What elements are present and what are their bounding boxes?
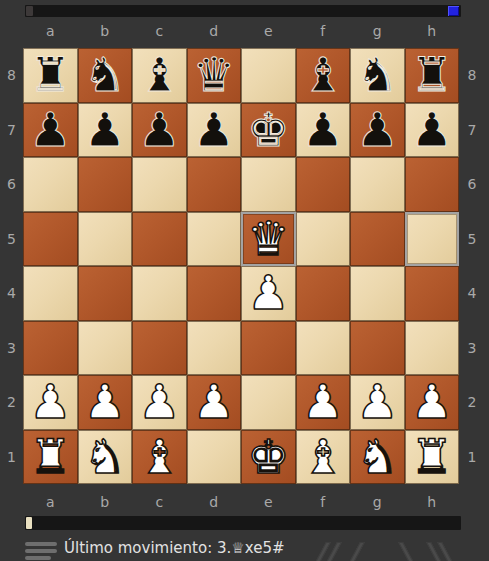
black-king[interactable]: ♚ xyxy=(247,103,289,157)
file-label-a: a xyxy=(23,22,78,40)
square-e1[interactable]: ♚ xyxy=(241,430,296,485)
blue-indicator[interactable] xyxy=(448,6,459,16)
square-a8[interactable]: ♜ xyxy=(23,48,78,103)
file-label-c: c xyxy=(132,22,187,40)
square-f6[interactable] xyxy=(296,157,351,212)
square-c6[interactable] xyxy=(132,157,187,212)
bottom-scrollbar-thumb[interactable] xyxy=(26,517,32,529)
white-knight[interactable]: ♞ xyxy=(356,430,398,484)
rank-label-2: 2 xyxy=(459,375,485,430)
square-f2[interactable]: ♟ xyxy=(296,375,351,430)
square-a6[interactable] xyxy=(23,157,78,212)
square-e8[interactable] xyxy=(241,48,296,103)
black-bishop[interactable]: ♝ xyxy=(302,48,344,102)
rank-labels-right: 87654321 xyxy=(459,48,485,484)
rank-label-6: 6 xyxy=(459,157,485,212)
square-h4[interactable] xyxy=(405,266,460,321)
back-icon[interactable] xyxy=(352,542,357,561)
black-queen[interactable]: ♛ xyxy=(193,48,235,102)
black-pawn[interactable]: ♟ xyxy=(193,103,235,157)
file-label-c: c xyxy=(132,493,187,511)
rank-label-5: 5 xyxy=(459,212,485,267)
white-rook[interactable]: ♜ xyxy=(29,430,71,484)
square-d6[interactable] xyxy=(187,157,242,212)
rank-label-3: 3 xyxy=(0,321,23,376)
square-h7[interactable]: ♟ xyxy=(405,103,460,158)
square-g4[interactable] xyxy=(350,266,405,321)
square-e5[interactable]: ♛ xyxy=(241,212,296,267)
black-knight[interactable]: ♞ xyxy=(356,48,398,102)
square-h8[interactable]: ♜ xyxy=(405,48,460,103)
black-knight[interactable]: ♞ xyxy=(84,48,126,102)
square-c2[interactable]: ♟ xyxy=(132,375,187,430)
white-rook[interactable]: ♜ xyxy=(411,430,453,484)
rank-label-8: 8 xyxy=(459,48,485,103)
black-pawn[interactable]: ♟ xyxy=(138,103,180,157)
rank-label-8: 8 xyxy=(0,48,23,103)
file-label-b: b xyxy=(78,493,133,511)
square-f5[interactable] xyxy=(296,212,351,267)
rank-label-3: 3 xyxy=(459,321,485,376)
white-bishop[interactable]: ♝ xyxy=(138,430,180,484)
square-c3[interactable] xyxy=(132,321,187,376)
black-pawn[interactable]: ♟ xyxy=(302,103,344,157)
square-a7[interactable]: ♟ xyxy=(23,103,78,158)
square-h3[interactable] xyxy=(405,321,460,376)
white-knight[interactable]: ♞ xyxy=(84,430,126,484)
square-a3[interactable] xyxy=(23,321,78,376)
square-g6[interactable] xyxy=(350,157,405,212)
black-pawn[interactable]: ♟ xyxy=(29,103,71,157)
white-pawn[interactable]: ♟ xyxy=(193,375,235,429)
file-label-f: f xyxy=(296,493,351,511)
square-b1[interactable]: ♞ xyxy=(78,430,133,485)
black-bishop[interactable]: ♝ xyxy=(138,48,180,102)
white-pawn[interactable]: ♟ xyxy=(84,375,126,429)
white-pawn[interactable]: ♟ xyxy=(356,375,398,429)
white-bishop[interactable]: ♝ xyxy=(302,430,344,484)
square-d4[interactable] xyxy=(187,266,242,321)
black-pawn[interactable]: ♟ xyxy=(356,103,398,157)
file-label-g: g xyxy=(350,22,405,40)
square-a1[interactable]: ♜ xyxy=(23,430,78,485)
square-c1[interactable]: ♝ xyxy=(132,430,187,485)
rank-label-5: 5 xyxy=(0,212,23,267)
black-rook[interactable]: ♜ xyxy=(29,48,71,102)
square-g1[interactable]: ♞ xyxy=(350,430,405,485)
bottom-scrollbar[interactable] xyxy=(25,516,461,530)
file-label-d: d xyxy=(187,22,242,40)
square-e6[interactable] xyxy=(241,157,296,212)
square-b2[interactable]: ♟ xyxy=(78,375,133,430)
square-b3[interactable] xyxy=(78,321,133,376)
rank-label-4: 4 xyxy=(0,266,23,321)
square-d5[interactable] xyxy=(187,212,242,267)
black-pawn[interactable]: ♟ xyxy=(84,103,126,157)
forward-icon[interactable] xyxy=(406,542,411,561)
last-move-text: Último movimiento: 3.♕xe5# xyxy=(64,539,285,557)
square-f8[interactable]: ♝ xyxy=(296,48,351,103)
square-h1[interactable]: ♜ xyxy=(405,430,460,485)
rank-label-2: 2 xyxy=(0,375,23,430)
fast-forward-icon[interactable] xyxy=(434,542,450,561)
file-label-h: h xyxy=(405,493,460,511)
rank-label-7: 7 xyxy=(459,103,485,158)
black-rook[interactable]: ♜ xyxy=(411,48,453,102)
square-b6[interactable] xyxy=(78,157,133,212)
square-b7[interactable]: ♟ xyxy=(78,103,133,158)
rank-label-4: 4 xyxy=(459,266,485,321)
square-g7[interactable]: ♟ xyxy=(350,103,405,158)
square-c8[interactable]: ♝ xyxy=(132,48,187,103)
square-a2[interactable]: ♟ xyxy=(23,375,78,430)
square-b5[interactable] xyxy=(78,212,133,267)
square-e2[interactable] xyxy=(241,375,296,430)
square-d7[interactable]: ♟ xyxy=(187,103,242,158)
rank-label-6: 6 xyxy=(0,157,23,212)
square-f3[interactable] xyxy=(296,321,351,376)
white-king[interactable]: ♚ xyxy=(247,430,289,484)
square-e4[interactable]: ♟ xyxy=(241,266,296,321)
square-e7[interactable]: ♚ xyxy=(241,103,296,158)
square-f4[interactable] xyxy=(296,266,351,321)
square-a4[interactable] xyxy=(23,266,78,321)
file-labels-top: abcdefgh xyxy=(23,22,459,40)
file-label-h: h xyxy=(405,22,460,40)
square-g2[interactable]: ♟ xyxy=(350,375,405,430)
square-b4[interactable] xyxy=(78,266,133,321)
chess-app-window: abcdefgh 87654321 ♜♞♝♛♝♞♜♟♟♟♟♚♟♟♟♛♟♟♟♟♟♟… xyxy=(0,0,489,561)
rank-label-1: 1 xyxy=(459,430,485,485)
square-c7[interactable]: ♟ xyxy=(132,103,187,158)
top-scrollbar-thumb[interactable] xyxy=(26,6,33,16)
white-pawn[interactable]: ♟ xyxy=(302,375,344,429)
file-labels-bottom: abcdefgh xyxy=(23,493,459,511)
square-a5[interactable] xyxy=(23,212,78,267)
square-h5[interactable] xyxy=(405,212,460,267)
square-g3[interactable] xyxy=(350,321,405,376)
white-pawn[interactable]: ♟ xyxy=(138,375,180,429)
rank-labels-left: 87654321 xyxy=(0,48,23,484)
square-d2[interactable]: ♟ xyxy=(187,375,242,430)
white-queen[interactable]: ♛ xyxy=(247,212,289,266)
top-scrollbar[interactable] xyxy=(25,5,461,17)
square-h6[interactable] xyxy=(405,157,460,212)
square-d1[interactable] xyxy=(187,430,242,485)
file-label-d: d xyxy=(187,493,242,511)
square-b8[interactable]: ♞ xyxy=(78,48,133,103)
menu-icon[interactable] xyxy=(25,542,57,561)
square-d3[interactable] xyxy=(187,321,242,376)
file-label-e: e xyxy=(241,22,296,40)
status-bar: Último movimiento: 3.♕xe5# xyxy=(0,536,489,561)
file-label-a: a xyxy=(23,493,78,511)
board: ♜♞♝♛♝♞♜♟♟♟♟♚♟♟♟♛♟♟♟♟♟♟♟♟♜♞♝♚♝♞♜ xyxy=(23,48,459,484)
file-label-f: f xyxy=(296,22,351,40)
white-pawn[interactable]: ♟ xyxy=(247,266,289,320)
file-label-e: e xyxy=(241,493,296,511)
black-pawn[interactable]: ♟ xyxy=(411,103,453,157)
square-c4[interactable] xyxy=(132,266,187,321)
rank-label-1: 1 xyxy=(0,430,23,485)
square-e3[interactable] xyxy=(241,321,296,376)
file-label-g: g xyxy=(350,493,405,511)
square-g5[interactable] xyxy=(350,212,405,267)
rank-label-7: 7 xyxy=(0,103,23,158)
square-d8[interactable]: ♛ xyxy=(187,48,242,103)
square-h2[interactable]: ♟ xyxy=(405,375,460,430)
file-label-b: b xyxy=(78,22,133,40)
white-pawn[interactable]: ♟ xyxy=(29,375,71,429)
square-f7[interactable]: ♟ xyxy=(296,103,351,158)
square-c5[interactable] xyxy=(132,212,187,267)
fast-back-icon[interactable] xyxy=(318,542,334,561)
white-pawn[interactable]: ♟ xyxy=(411,375,453,429)
square-f1[interactable]: ♝ xyxy=(296,430,351,485)
square-g8[interactable]: ♞ xyxy=(350,48,405,103)
